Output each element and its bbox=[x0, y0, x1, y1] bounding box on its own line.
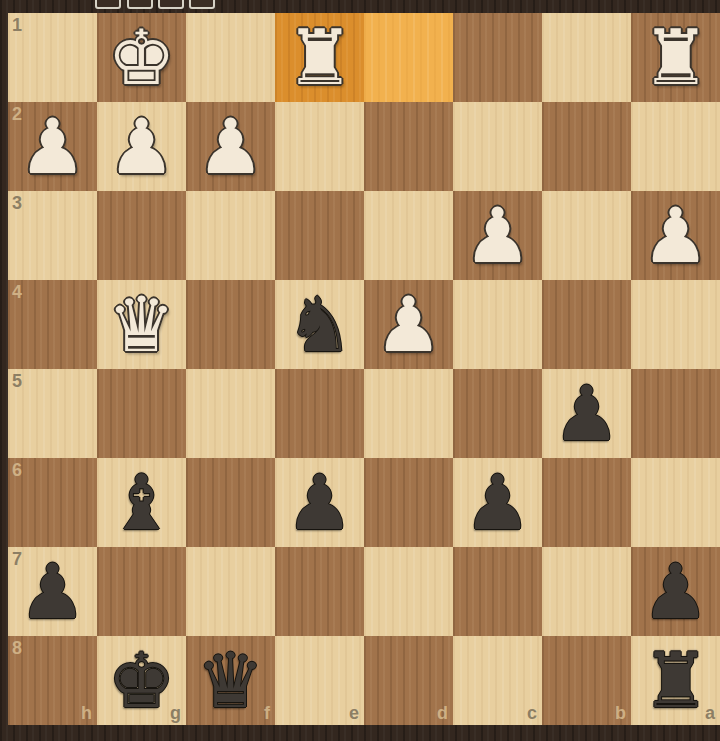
square-g8[interactable]: g♚ bbox=[97, 636, 186, 725]
square-g5[interactable] bbox=[97, 369, 186, 458]
square-b4[interactable] bbox=[542, 280, 631, 369]
square-e2[interactable] bbox=[275, 102, 364, 191]
square-c7[interactable] bbox=[453, 547, 542, 636]
square-e4[interactable]: ♞ bbox=[275, 280, 364, 369]
cropped-piece-base-2 bbox=[127, 0, 153, 9]
white-rook-a1[interactable]: ♜ bbox=[631, 13, 720, 102]
square-b7[interactable] bbox=[542, 547, 631, 636]
square-c4[interactable] bbox=[453, 280, 542, 369]
white-pawn-f2[interactable]: ♟ bbox=[186, 102, 275, 191]
square-d5[interactable] bbox=[364, 369, 453, 458]
square-d4[interactable]: ♟ bbox=[364, 280, 453, 369]
square-h7[interactable]: 7♟ bbox=[8, 547, 97, 636]
square-c8[interactable]: c bbox=[453, 636, 542, 725]
cropped-piece-base-4 bbox=[189, 0, 215, 9]
square-g6[interactable]: ♝ bbox=[97, 458, 186, 547]
square-e6[interactable]: ♟ bbox=[275, 458, 364, 547]
square-b1[interactable] bbox=[542, 13, 631, 102]
square-d6[interactable] bbox=[364, 458, 453, 547]
square-b6[interactable] bbox=[542, 458, 631, 547]
white-pawn-a3[interactable]: ♟ bbox=[631, 191, 720, 280]
square-f1[interactable] bbox=[186, 13, 275, 102]
page-background: 1♚♜♜2♟♟♟3♟♟4♛♞♟5♟6♝♟♟7♟♟8hg♚f♛edcba♜ bbox=[0, 0, 720, 741]
square-b8[interactable]: b bbox=[542, 636, 631, 725]
file-label-h: h bbox=[81, 703, 92, 724]
square-a7[interactable]: ♟ bbox=[631, 547, 720, 636]
rank-label-4: 4 bbox=[12, 282, 22, 303]
square-e5[interactable] bbox=[275, 369, 364, 458]
square-f4[interactable] bbox=[186, 280, 275, 369]
captured-pieces-tray bbox=[0, 0, 720, 13]
square-h5[interactable]: 5 bbox=[8, 369, 97, 458]
square-g7[interactable] bbox=[97, 547, 186, 636]
square-a5[interactable] bbox=[631, 369, 720, 458]
square-c3[interactable]: ♟ bbox=[453, 191, 542, 280]
black-pawn-h7[interactable]: ♟ bbox=[8, 547, 97, 636]
square-f2[interactable]: ♟ bbox=[186, 102, 275, 191]
square-a2[interactable] bbox=[631, 102, 720, 191]
square-d1[interactable] bbox=[364, 13, 453, 102]
square-f3[interactable] bbox=[186, 191, 275, 280]
rank-label-6: 6 bbox=[12, 460, 22, 481]
square-g1[interactable]: ♚ bbox=[97, 13, 186, 102]
black-pawn-e6[interactable]: ♟ bbox=[275, 458, 364, 547]
file-label-b: b bbox=[615, 703, 626, 724]
square-h3[interactable]: 3 bbox=[8, 191, 97, 280]
square-h2[interactable]: 2♟ bbox=[8, 102, 97, 191]
square-h6[interactable]: 6 bbox=[8, 458, 97, 547]
chess-board[interactable]: 1♚♜♜2♟♟♟3♟♟4♛♞♟5♟6♝♟♟7♟♟8hg♚f♛edcba♜ bbox=[8, 13, 720, 725]
file-label-c: c bbox=[527, 703, 537, 724]
cropped-piece-base-1 bbox=[95, 0, 121, 9]
square-a6[interactable] bbox=[631, 458, 720, 547]
square-h8[interactable]: 8h bbox=[8, 636, 97, 725]
white-pawn-c3[interactable]: ♟ bbox=[453, 191, 542, 280]
square-a3[interactable]: ♟ bbox=[631, 191, 720, 280]
black-pawn-c6[interactable]: ♟ bbox=[453, 458, 542, 547]
square-f8[interactable]: f♛ bbox=[186, 636, 275, 725]
white-pawn-d4[interactable]: ♟ bbox=[364, 280, 453, 369]
rank-label-1: 1 bbox=[12, 15, 22, 36]
square-g4[interactable]: ♛ bbox=[97, 280, 186, 369]
square-f7[interactable] bbox=[186, 547, 275, 636]
white-king-g1[interactable]: ♚ bbox=[97, 13, 186, 102]
square-d2[interactable] bbox=[364, 102, 453, 191]
black-pawn-a7[interactable]: ♟ bbox=[631, 547, 720, 636]
rank-label-3: 3 bbox=[12, 193, 22, 214]
rank-label-8: 8 bbox=[12, 638, 22, 659]
square-d7[interactable] bbox=[364, 547, 453, 636]
square-f5[interactable] bbox=[186, 369, 275, 458]
square-c1[interactable] bbox=[453, 13, 542, 102]
black-rook-a8[interactable]: ♜ bbox=[631, 636, 720, 725]
cropped-piece-base-3 bbox=[158, 0, 184, 9]
white-pawn-h2[interactable]: ♟ bbox=[8, 102, 97, 191]
square-a8[interactable]: a♜ bbox=[631, 636, 720, 725]
square-c2[interactable] bbox=[453, 102, 542, 191]
black-bishop-g6[interactable]: ♝ bbox=[97, 458, 186, 547]
black-pawn-b5[interactable]: ♟ bbox=[542, 369, 631, 458]
square-e7[interactable] bbox=[275, 547, 364, 636]
square-h4[interactable]: 4 bbox=[8, 280, 97, 369]
black-king-g8[interactable]: ♚ bbox=[97, 636, 186, 725]
square-c6[interactable]: ♟ bbox=[453, 458, 542, 547]
square-e1[interactable]: ♜ bbox=[275, 13, 364, 102]
square-a1[interactable]: ♜ bbox=[631, 13, 720, 102]
square-e3[interactable] bbox=[275, 191, 364, 280]
black-knight-e4[interactable]: ♞ bbox=[275, 280, 364, 369]
black-queen-f8[interactable]: ♛ bbox=[186, 636, 275, 725]
square-e8[interactable]: e bbox=[275, 636, 364, 725]
square-d3[interactable] bbox=[364, 191, 453, 280]
white-queen-g4[interactable]: ♛ bbox=[97, 280, 186, 369]
white-rook-e1[interactable]: ♜ bbox=[275, 13, 364, 102]
square-g2[interactable]: ♟ bbox=[97, 102, 186, 191]
square-b2[interactable] bbox=[542, 102, 631, 191]
square-f6[interactable] bbox=[186, 458, 275, 547]
square-c5[interactable] bbox=[453, 369, 542, 458]
square-g3[interactable] bbox=[97, 191, 186, 280]
rank-label-5: 5 bbox=[12, 371, 22, 392]
square-a4[interactable] bbox=[631, 280, 720, 369]
white-pawn-g2[interactable]: ♟ bbox=[97, 102, 186, 191]
file-label-d: d bbox=[437, 703, 448, 724]
square-d8[interactable]: d bbox=[364, 636, 453, 725]
square-b5[interactable]: ♟ bbox=[542, 369, 631, 458]
square-h1[interactable]: 1 bbox=[8, 13, 97, 102]
file-label-e: e bbox=[349, 703, 359, 724]
square-b3[interactable] bbox=[542, 191, 631, 280]
